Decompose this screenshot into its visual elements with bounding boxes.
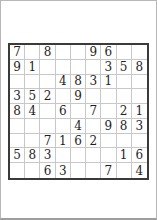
cell-r1c8[interactable]	[117, 45, 132, 60]
cell-r4c3[interactable]: 2	[40, 89, 55, 104]
cell-r2c5[interactable]	[71, 60, 86, 75]
cell-r2c3[interactable]	[40, 60, 55, 75]
cell-r8c7[interactable]	[101, 148, 116, 163]
cell-r5c3[interactable]	[40, 104, 55, 119]
cell-r9c3[interactable]: 6	[40, 163, 55, 178]
cell-r7c4[interactable]: 1	[56, 134, 71, 149]
cell-r7c6[interactable]: 2	[86, 134, 101, 149]
cell-r9c4[interactable]: 3	[56, 163, 71, 178]
cell-r1c3[interactable]: 8	[40, 45, 55, 60]
cell-r9c5[interactable]	[71, 163, 86, 178]
cell-r4c1[interactable]: 3	[10, 89, 25, 104]
cell-r5c6[interactable]: 7	[86, 104, 101, 119]
cell-r5c5[interactable]	[71, 104, 86, 119]
cell-r2c7[interactable]: 3	[101, 60, 116, 75]
cell-r5c4[interactable]: 6	[56, 104, 71, 119]
cell-r2c6[interactable]	[86, 60, 101, 75]
cell-r8c9[interactable]: 6	[132, 148, 147, 163]
cell-r8c6[interactable]	[86, 148, 101, 163]
cell-r7c3[interactable]: 7	[40, 134, 55, 149]
cell-r2c4[interactable]	[56, 60, 71, 75]
cell-r5c2[interactable]: 4	[25, 104, 40, 119]
cell-r7c2[interactable]	[25, 134, 40, 149]
cell-r7c1[interactable]	[10, 134, 25, 149]
cell-r7c9[interactable]	[132, 134, 147, 149]
cell-r3c6[interactable]: 3	[86, 75, 101, 90]
cell-r9c9[interactable]: 4	[132, 163, 147, 178]
cell-r6c8[interactable]: 8	[117, 119, 132, 134]
cell-r1c5[interactable]	[71, 45, 86, 60]
cell-r3c2[interactable]	[25, 75, 40, 90]
cell-r9c2[interactable]	[25, 163, 40, 178]
cell-r8c5[interactable]	[71, 148, 86, 163]
cell-r8c3[interactable]: 3	[40, 148, 55, 163]
cell-r4c4[interactable]	[56, 89, 71, 104]
cell-r2c1[interactable]: 9	[10, 60, 25, 75]
cell-r1c9[interactable]	[132, 45, 147, 60]
cell-r4c8[interactable]	[117, 89, 132, 104]
cell-r5c7[interactable]	[101, 104, 116, 119]
cell-r2c8[interactable]: 5	[117, 60, 132, 75]
cell-r6c1[interactable]	[10, 119, 25, 134]
cell-r3c5[interactable]: 8	[71, 75, 86, 90]
puzzle-page: 7896913584831352984672149837162583166374	[0, 0, 157, 220]
cell-r6c9[interactable]: 3	[132, 119, 147, 134]
cell-r9c1[interactable]	[10, 163, 25, 178]
cell-r4c6[interactable]	[86, 89, 101, 104]
cell-r8c2[interactable]: 8	[25, 148, 40, 163]
cell-r7c5[interactable]: 6	[71, 134, 86, 149]
cell-r9c6[interactable]	[86, 163, 101, 178]
cell-r1c2[interactable]	[25, 45, 40, 60]
cell-r3c3[interactable]	[40, 75, 55, 90]
cell-r7c8[interactable]	[117, 134, 132, 149]
cell-r3c9[interactable]	[132, 75, 147, 90]
cell-r8c1[interactable]: 5	[10, 148, 25, 163]
cell-r1c7[interactable]: 6	[101, 45, 116, 60]
cell-r6c2[interactable]	[25, 119, 40, 134]
cell-r5c1[interactable]: 8	[10, 104, 25, 119]
cell-r5c9[interactable]: 1	[132, 104, 147, 119]
cell-r4c9[interactable]	[132, 89, 147, 104]
cell-r6c3[interactable]	[40, 119, 55, 134]
cell-r4c7[interactable]	[101, 89, 116, 104]
cell-r3c4[interactable]: 4	[56, 75, 71, 90]
cell-r9c8[interactable]	[117, 163, 132, 178]
cell-r1c6[interactable]: 9	[86, 45, 101, 60]
cell-r4c5[interactable]: 9	[71, 89, 86, 104]
cell-r6c4[interactable]	[56, 119, 71, 134]
cell-r4c2[interactable]: 5	[25, 89, 40, 104]
cell-r3c1[interactable]	[10, 75, 25, 90]
cell-r2c2[interactable]: 1	[25, 60, 40, 75]
cell-r2c9[interactable]: 8	[132, 60, 147, 75]
cell-r6c7[interactable]: 9	[101, 119, 116, 134]
cell-r3c7[interactable]: 1	[101, 75, 116, 90]
cell-r6c5[interactable]: 4	[71, 119, 86, 134]
cell-r8c4[interactable]	[56, 148, 71, 163]
sudoku-board: 7896913584831352984672149837162583166374	[8, 43, 149, 180]
cell-r7c7[interactable]	[101, 134, 116, 149]
cell-r1c4[interactable]	[56, 45, 71, 60]
cell-r1c1[interactable]: 7	[10, 45, 25, 60]
cell-r8c8[interactable]: 1	[117, 148, 132, 163]
cell-r9c7[interactable]: 7	[101, 163, 116, 178]
cell-r5c8[interactable]: 2	[117, 104, 132, 119]
cell-r3c8[interactable]	[117, 75, 132, 90]
cell-r6c6[interactable]	[86, 119, 101, 134]
